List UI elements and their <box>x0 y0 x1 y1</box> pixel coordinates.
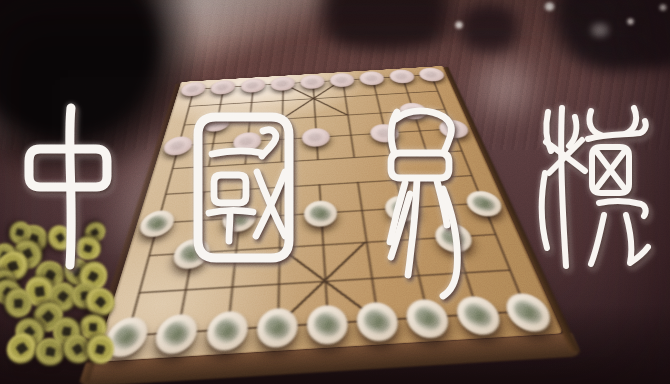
coin <box>85 333 116 365</box>
coin <box>42 220 77 255</box>
coin-pile <box>0 0 670 384</box>
game-banner: 中國象棋 <box>0 0 670 384</box>
coin <box>35 338 65 367</box>
